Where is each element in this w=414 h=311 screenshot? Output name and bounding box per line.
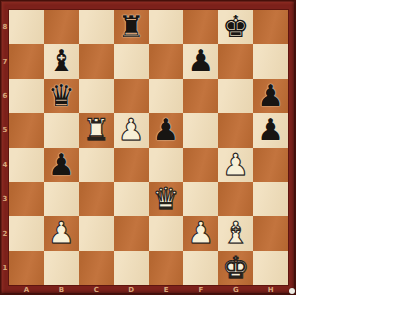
square-a8[interactable] [9, 10, 44, 44]
square-h5[interactable]: ♟ [253, 113, 288, 147]
file-label-a: A [9, 285, 44, 295]
square-e7[interactable] [149, 44, 184, 78]
square-g4[interactable]: ♟ [218, 148, 253, 182]
board-frame: ♜♚♝♟♛♟♜♟♟♟♟♟♛♟♟♝♚ 87654321 ABCDEFGH [0, 0, 296, 295]
square-d7[interactable] [114, 44, 149, 78]
piece-black-pawn[interactable]: ♟ [44, 148, 79, 182]
square-b1[interactable] [44, 251, 79, 285]
rank-label-7: 7 [1, 44, 9, 78]
piece-white-pawn[interactable]: ♟ [44, 216, 79, 250]
rank-labels: 87654321 [1, 10, 9, 285]
rank-label-3: 3 [1, 182, 9, 216]
square-a3[interactable] [9, 182, 44, 216]
square-g5[interactable] [218, 113, 253, 147]
square-c2[interactable] [79, 216, 114, 250]
piece-black-queen[interactable]: ♛ [44, 79, 79, 113]
square-d4[interactable] [114, 148, 149, 182]
file-label-f: F [184, 285, 219, 295]
file-label-d: D [114, 285, 149, 295]
square-f3[interactable] [183, 182, 218, 216]
piece-white-pawn[interactable]: ♟ [218, 148, 253, 182]
square-e4[interactable] [149, 148, 184, 182]
square-g6[interactable] [218, 79, 253, 113]
square-c6[interactable] [79, 79, 114, 113]
square-f5[interactable] [183, 113, 218, 147]
square-h7[interactable] [253, 44, 288, 78]
square-c4[interactable] [79, 148, 114, 182]
square-c5[interactable]: ♜ [79, 113, 114, 147]
square-h6[interactable]: ♟ [253, 79, 288, 113]
rank-label-5: 5 [1, 113, 9, 147]
file-label-e: E [149, 285, 184, 295]
square-h3[interactable] [253, 182, 288, 216]
piece-black-bishop[interactable]: ♝ [44, 44, 79, 78]
square-b3[interactable] [44, 182, 79, 216]
rank-label-1: 1 [1, 251, 9, 285]
rank-label-2: 2 [1, 216, 9, 250]
square-d3[interactable] [114, 182, 149, 216]
square-b2[interactable]: ♟ [44, 216, 79, 250]
square-d6[interactable] [114, 79, 149, 113]
square-d5[interactable]: ♟ [114, 113, 149, 147]
square-h1[interactable] [253, 251, 288, 285]
square-a2[interactable] [9, 216, 44, 250]
square-e3[interactable]: ♛ [149, 182, 184, 216]
piece-black-pawn[interactable]: ♟ [183, 44, 218, 78]
square-c7[interactable] [79, 44, 114, 78]
file-label-c: C [79, 285, 114, 295]
piece-black-pawn[interactable]: ♟ [253, 113, 288, 147]
square-d2[interactable] [114, 216, 149, 250]
square-g2[interactable]: ♝ [218, 216, 253, 250]
square-b5[interactable] [44, 113, 79, 147]
square-a6[interactable] [9, 79, 44, 113]
square-f6[interactable] [183, 79, 218, 113]
square-f7[interactable]: ♟ [183, 44, 218, 78]
square-c8[interactable] [79, 10, 114, 44]
square-e6[interactable] [149, 79, 184, 113]
file-label-b: B [44, 285, 79, 295]
file-label-h: H [253, 285, 288, 295]
square-d1[interactable] [114, 251, 149, 285]
square-e2[interactable] [149, 216, 184, 250]
piece-white-king[interactable]: ♚ [218, 251, 253, 285]
square-a7[interactable] [9, 44, 44, 78]
piece-black-pawn[interactable]: ♟ [149, 113, 184, 147]
piece-black-pawn[interactable]: ♟ [253, 79, 288, 113]
piece-black-rook[interactable]: ♜ [114, 10, 149, 44]
file-label-g: G [218, 285, 253, 295]
square-d8[interactable]: ♜ [114, 10, 149, 44]
square-e5[interactable]: ♟ [149, 113, 184, 147]
square-g8[interactable]: ♚ [218, 10, 253, 44]
square-c3[interactable] [79, 182, 114, 216]
rank-label-4: 4 [1, 148, 9, 182]
square-f1[interactable] [183, 251, 218, 285]
piece-white-queen[interactable]: ♛ [149, 182, 184, 216]
square-b8[interactable] [44, 10, 79, 44]
piece-white-bishop[interactable]: ♝ [218, 216, 253, 250]
piece-white-pawn[interactable]: ♟ [114, 113, 149, 147]
square-b7[interactable]: ♝ [44, 44, 79, 78]
square-g1[interactable]: ♚ [218, 251, 253, 285]
square-b4[interactable]: ♟ [44, 148, 79, 182]
side-to-move-indicator [289, 288, 295, 294]
square-f2[interactable]: ♟ [183, 216, 218, 250]
square-g3[interactable] [218, 182, 253, 216]
square-a1[interactable] [9, 251, 44, 285]
square-g7[interactable] [218, 44, 253, 78]
piece-black-king[interactable]: ♚ [218, 10, 253, 44]
board: ♜♚♝♟♛♟♜♟♟♟♟♟♛♟♟♝♚ [9, 10, 288, 285]
square-f8[interactable] [183, 10, 218, 44]
square-a4[interactable] [9, 148, 44, 182]
square-h4[interactable] [253, 148, 288, 182]
square-b6[interactable]: ♛ [44, 79, 79, 113]
file-labels: ABCDEFGH [9, 285, 288, 295]
square-c1[interactable] [79, 251, 114, 285]
piece-white-rook[interactable]: ♜ [79, 113, 114, 147]
rank-label-6: 6 [1, 79, 9, 113]
square-h2[interactable] [253, 216, 288, 250]
square-f4[interactable] [183, 148, 218, 182]
square-a5[interactable] [9, 113, 44, 147]
square-e8[interactable] [149, 10, 184, 44]
square-h8[interactable] [253, 10, 288, 44]
rank-label-8: 8 [1, 10, 9, 44]
square-e1[interactable] [149, 251, 184, 285]
piece-white-pawn[interactable]: ♟ [183, 216, 218, 250]
